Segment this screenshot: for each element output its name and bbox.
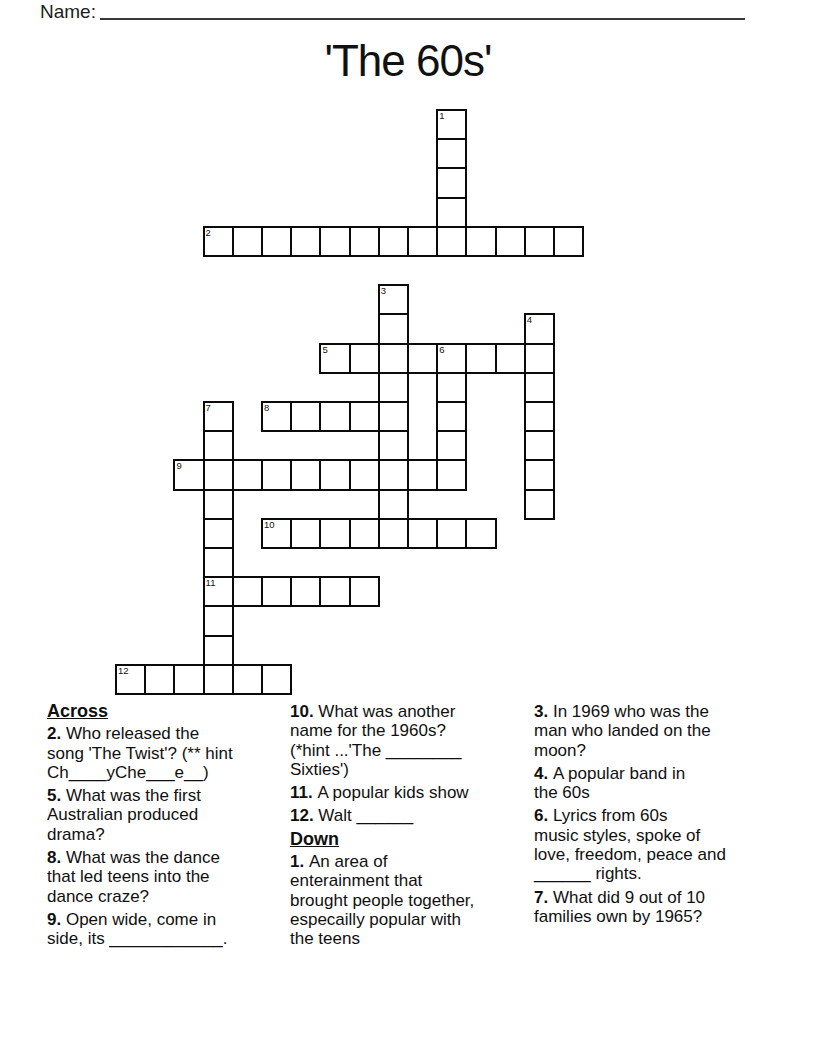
grid-cell[interactable] (349, 343, 380, 374)
grid-cell[interactable]: 9 (173, 459, 204, 490)
grid-cell[interactable] (349, 576, 380, 607)
grid-cell[interactable] (378, 459, 409, 490)
grid-cell[interactable] (203, 547, 234, 578)
grid-cell[interactable] (407, 459, 438, 490)
clue-6: 6. Lyrics from 60s music styles, spoke o… (534, 806, 784, 883)
grid-cell[interactable] (407, 518, 438, 549)
grid-cell[interactable] (465, 343, 496, 374)
grid-cell[interactable]: 2 (203, 226, 234, 257)
grid-cell[interactable] (524, 401, 555, 432)
grid-cell[interactable] (290, 459, 321, 490)
clue-3: 3. In 1969 who was the man who landed on… (534, 702, 784, 760)
grid-cell[interactable] (203, 459, 234, 490)
clue-9: 9. Open wide, come in side, its ________… (47, 910, 289, 949)
grid-cell[interactable] (436, 138, 467, 169)
grid-cell[interactable] (524, 430, 555, 461)
grid-cell[interactable]: 11 (203, 576, 234, 607)
grid-cell[interactable] (349, 401, 380, 432)
grid-cell[interactable] (495, 226, 526, 257)
clue-number: 7 (206, 403, 211, 413)
clue-number: 4 (527, 315, 532, 325)
clue-number-label: 5. (47, 786, 66, 805)
grid-cell[interactable] (203, 489, 234, 520)
clue-number-label: 9. (47, 910, 66, 929)
clue-number-label: 3. (534, 702, 553, 721)
grid-cell[interactable] (436, 401, 467, 432)
clue-number: 9 (176, 461, 181, 471)
grid-cell[interactable] (553, 226, 584, 257)
clues-col-1: Across2. Who released the song 'The Twis… (47, 702, 289, 953)
clue-number-label: 10. (290, 702, 318, 721)
grid-cell[interactable]: 7 (203, 401, 234, 432)
grid-cell[interactable]: 4 (524, 313, 555, 344)
grid-cell[interactable] (290, 226, 321, 257)
grid-cell[interactable] (378, 430, 409, 461)
grid-cell[interactable] (232, 459, 263, 490)
grid-cell[interactable]: 10 (261, 518, 292, 549)
clue-10: 10. What was another name for the 1960s?… (290, 702, 530, 779)
grid-cell[interactable] (436, 518, 467, 549)
grid-cell[interactable] (436, 167, 467, 198)
grid-cell[interactable] (349, 518, 380, 549)
clues-col-2: 10. What was another name for the 1960s?… (290, 702, 530, 953)
grid-cell[interactable] (319, 518, 350, 549)
grid-cell[interactable] (203, 430, 234, 461)
grid-cell[interactable] (378, 372, 409, 403)
clue-4: 4. A popular band in the 60s (534, 764, 784, 803)
clue-number: 2 (206, 228, 211, 238)
grid-cell[interactable]: 6 (436, 343, 467, 374)
clue-number-label: 2. (47, 724, 66, 743)
grid-cell[interactable] (524, 226, 555, 257)
clue-2: 2. Who released the song 'The Twist'? (*… (47, 724, 289, 782)
clues-col-3: 3. In 1969 who was the man who landed on… (534, 702, 784, 930)
grid-cell[interactable] (436, 197, 467, 228)
grid-cell[interactable]: 12 (115, 664, 146, 695)
clue-number-label: 4. (534, 764, 553, 783)
grid-cell[interactable] (407, 343, 438, 374)
grid-cell[interactable] (378, 313, 409, 344)
clue-number-label: 8. (47, 848, 66, 867)
crossword-grid: 123456789101112 (116, 110, 584, 695)
grid-cell[interactable] (319, 459, 350, 490)
clue-number: 11 (206, 578, 216, 588)
grid-cell[interactable] (524, 489, 555, 520)
grid-cell[interactable] (524, 372, 555, 403)
clue-12: 12. Walt ______ (290, 806, 530, 825)
clue-number-label: 11. (290, 783, 317, 802)
grid-cell[interactable] (378, 518, 409, 549)
grid-cell[interactable] (407, 226, 438, 257)
grid-cell[interactable] (378, 343, 409, 374)
clue-11: 11. A popular kids show (290, 783, 530, 802)
grid-cell[interactable] (232, 226, 263, 257)
clue-number-label: 12. (290, 806, 318, 825)
grid-cell[interactable] (261, 459, 292, 490)
clue-number: 8 (264, 403, 269, 413)
grid-cell[interactable] (524, 343, 555, 374)
clue-number: 6 (439, 345, 444, 355)
grid-cell[interactable] (436, 372, 467, 403)
grid-cell[interactable] (524, 459, 555, 490)
grid-cell[interactable] (378, 226, 409, 257)
clue-number: 3 (381, 286, 386, 296)
clue-number: 12 (118, 666, 129, 676)
clue-number-label: 7. (534, 888, 553, 907)
grid-cell[interactable] (173, 664, 204, 695)
grid-cell[interactable] (261, 226, 292, 257)
grid-cell[interactable] (203, 664, 234, 695)
grid-cell[interactable]: 5 (319, 343, 350, 374)
grid-cell[interactable] (203, 635, 234, 666)
clue-number-label: 1. (290, 852, 309, 871)
down-header: Down (290, 830, 530, 849)
grid-cell[interactable] (349, 459, 380, 490)
grid-cell[interactable] (319, 576, 350, 607)
clue-8: 8. What was the dance that led teens int… (47, 848, 289, 906)
grid-cell[interactable] (465, 518, 496, 549)
grid-cell[interactable] (261, 664, 292, 695)
grid-cell[interactable] (319, 226, 350, 257)
name-label: Name: (40, 1, 96, 23)
grid-cell[interactable] (203, 518, 234, 549)
grid-cell[interactable]: 3 (378, 284, 409, 315)
grid-cell[interactable]: 1 (436, 109, 467, 140)
clue-number: 5 (322, 345, 327, 355)
grid-cell[interactable] (349, 226, 380, 257)
grid-cell[interactable] (290, 576, 321, 607)
grid-cell[interactable] (436, 226, 467, 257)
grid-cell[interactable] (232, 576, 263, 607)
grid-cell[interactable] (436, 430, 467, 461)
grid-cell[interactable] (144, 664, 175, 695)
grid-cell[interactable] (378, 401, 409, 432)
across-header: Across (47, 702, 289, 721)
grid-cell[interactable] (203, 605, 234, 636)
grid-cell[interactable] (290, 518, 321, 549)
grid-cell[interactable] (495, 343, 526, 374)
clue-1: 1. An area of enterainment that brought … (290, 852, 530, 948)
puzzle-title: 'The 60s' (0, 36, 816, 86)
clue-number: 1 (439, 111, 444, 121)
clue-5: 5. What was the first Australian produce… (47, 786, 289, 844)
clue-number-label: 6. (534, 806, 553, 825)
grid-cell[interactable] (465, 226, 496, 257)
clue-number: 10 (264, 520, 275, 530)
grid-cell[interactable] (378, 489, 409, 520)
grid-cell[interactable]: 8 (261, 401, 292, 432)
clue-7: 7. What did 9 out of 10 families own by … (534, 888, 784, 927)
grid-cell[interactable] (232, 664, 263, 695)
grid-cell[interactable] (261, 576, 292, 607)
grid-cell[interactable] (436, 459, 467, 490)
grid-cell[interactable] (319, 401, 350, 432)
grid-cell[interactable] (290, 401, 321, 432)
name-input-line (100, 2, 745, 20)
